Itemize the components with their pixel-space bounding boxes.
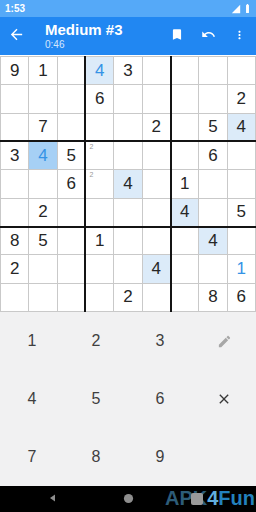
cell-r4c8[interactable]: 6 [199, 142, 226, 169]
cell-r5c3[interactable]: 6 [58, 170, 85, 197]
given-digit: 8 [208, 287, 217, 307]
undo-icon [200, 27, 217, 45]
cell-r7c1[interactable]: 8 [1, 227, 28, 254]
cell-r4c4[interactable]: 2 [86, 142, 113, 169]
given-digit: 6 [237, 287, 246, 307]
cell-r6c8[interactable] [199, 199, 226, 226]
keypad-digit-1[interactable]: 1 [0, 312, 64, 370]
cell-r3c5[interactable] [114, 114, 141, 141]
given-digit: 5 [208, 117, 217, 137]
cell-r7c7[interactable] [171, 227, 198, 254]
bookmark-icon [170, 27, 184, 45]
status-time: 1:53 [5, 3, 25, 14]
cell-r3c8[interactable]: 5 [199, 114, 226, 141]
cell-r8c3[interactable] [58, 255, 85, 282]
sudoku-grid: 91436272543452662412458514241286 [0, 56, 256, 312]
given-digit: 1 [180, 174, 189, 194]
cell-r3c9[interactable]: 4 [228, 114, 255, 141]
cell-r6c7[interactable]: 4 [171, 199, 198, 226]
status-icons [231, 3, 251, 14]
close-icon [216, 391, 232, 407]
cellular-signal-icon [231, 4, 241, 14]
keypad-digit-7[interactable]: 7 [0, 428, 64, 486]
given-digit: 2 [237, 89, 246, 109]
game-timer: 0:46 [45, 40, 123, 51]
cell-r4c2[interactable]: 4 [29, 142, 56, 169]
clear-cell-button[interactable] [192, 370, 256, 428]
given-digit: 2 [123, 287, 132, 307]
given-digit: 9 [10, 61, 19, 81]
cell-r2c8[interactable] [199, 85, 226, 112]
cell-r9c4[interactable] [86, 284, 113, 311]
given-digit: 4 [208, 231, 217, 251]
cell-r6c3[interactable] [58, 199, 85, 226]
home-circle-icon [123, 492, 134, 507]
cell-r8c2[interactable] [29, 255, 56, 282]
nav-home-button[interactable] [119, 486, 137, 512]
keypad-digit-2[interactable]: 2 [64, 312, 128, 370]
given-digit: 6 [95, 89, 104, 109]
apk4fun-watermark: APK4Fun [165, 484, 255, 512]
keypad-digit-3[interactable]: 3 [128, 312, 192, 370]
cell-r9c9[interactable]: 6 [228, 284, 255, 311]
title-block: Medium #3 0:46 [45, 22, 123, 50]
cell-r5c1[interactable] [1, 170, 28, 197]
cell-r4c1[interactable]: 3 [1, 142, 28, 169]
cell-r6c4[interactable] [86, 199, 113, 226]
number-keypad: 123456789 [0, 312, 256, 486]
cell-r3c3[interactable] [58, 114, 85, 141]
given-digit: 2 [152, 117, 161, 137]
cell-r5c6[interactable] [143, 170, 170, 197]
sudoku-app-screen: 1:53 Medium #3 0:46 91436272543452 [0, 0, 256, 512]
pencil-note: 2 [87, 170, 96, 179]
cell-r3c4[interactable] [86, 114, 113, 141]
cell-r1c9[interactable] [228, 57, 255, 84]
cell-r6c1[interactable] [1, 199, 28, 226]
cell-r3c6[interactable]: 2 [143, 114, 170, 141]
recents-square-icon [191, 493, 203, 505]
nav-recents-button[interactable] [188, 486, 206, 512]
cell-r3c2[interactable]: 7 [29, 114, 56, 141]
cell-r1c5[interactable]: 3 [114, 57, 141, 84]
cell-r1c7[interactable] [171, 57, 198, 84]
given-digit: 6 [208, 146, 217, 166]
cell-r6c9[interactable]: 5 [228, 199, 255, 226]
pencil-note: 2 [87, 142, 96, 151]
more-vert-icon [233, 28, 246, 45]
cell-r1c3[interactable] [58, 57, 85, 84]
cell-r3c1[interactable] [1, 114, 28, 141]
cell-r4c7[interactable] [171, 142, 198, 169]
keypad-digit-4[interactable]: 4 [0, 370, 64, 428]
given-digit: 4 [152, 259, 161, 279]
cell-r9c5[interactable]: 2 [114, 284, 141, 311]
cell-r4c9[interactable] [228, 142, 255, 169]
pencil-icon [217, 334, 232, 349]
cell-r1c2[interactable]: 1 [29, 57, 56, 84]
given-digit: 3 [123, 61, 132, 81]
cell-r5c2[interactable] [29, 170, 56, 197]
cell-r8c6[interactable]: 4 [143, 255, 170, 282]
keypad-digit-6[interactable]: 6 [128, 370, 192, 428]
cell-r9c8[interactable]: 8 [199, 284, 226, 311]
given-digit: 2 [38, 202, 47, 222]
given-digit: 1 [95, 231, 104, 251]
cell-r7c4[interactable]: 1 [86, 227, 113, 254]
cell-r2c1[interactable] [1, 85, 28, 112]
undo-button[interactable] [200, 27, 217, 45]
cell-r9c3[interactable] [58, 284, 85, 311]
back-triangle-icon [47, 492, 59, 507]
cell-r5c8[interactable] [199, 170, 226, 197]
cell-r2c4[interactable]: 6 [86, 85, 113, 112]
cell-r4c6[interactable] [143, 142, 170, 169]
user-digit: 4 [95, 61, 104, 81]
cell-r6c6[interactable] [143, 199, 170, 226]
cell-r8c5[interactable] [114, 255, 141, 282]
cell-r9c6[interactable] [143, 284, 170, 311]
cell-r8c4[interactable] [86, 255, 113, 282]
arrow-left-icon [8, 26, 25, 46]
cell-r9c1[interactable] [1, 284, 28, 311]
given-digit: 1 [38, 61, 47, 81]
cell-r5c7[interactable]: 1 [171, 170, 198, 197]
cell-r8c7[interactable] [171, 255, 198, 282]
given-digit: 5 [237, 202, 246, 222]
cell-r6c5[interactable] [114, 199, 141, 226]
cell-r2c3[interactable] [58, 85, 85, 112]
cell-r6c2[interactable]: 2 [29, 199, 56, 226]
cell-r7c2[interactable]: 5 [29, 227, 56, 254]
app-bar: Medium #3 0:46 [0, 17, 256, 55]
given-digit: 4 [123, 174, 132, 194]
cell-r1c1[interactable]: 9 [1, 57, 28, 84]
cell-r7c9[interactable] [228, 227, 255, 254]
cell-r2c2[interactable] [29, 85, 56, 112]
given-digit: 4 [180, 202, 189, 222]
given-digit: 7 [38, 117, 47, 137]
battery-icon [244, 3, 251, 14]
cell-r5c5[interactable]: 4 [114, 170, 141, 197]
pencil-mode-button[interactable] [192, 312, 256, 370]
bookmark-button[interactable] [170, 27, 184, 45]
cell-r2c5[interactable] [114, 85, 141, 112]
cell-r8c9[interactable]: 1 [228, 255, 255, 282]
keypad-digit-5[interactable]: 5 [64, 370, 128, 428]
keypad-empty-slot [192, 428, 256, 486]
cell-r9c7[interactable] [171, 284, 198, 311]
cell-r7c6[interactable] [143, 227, 170, 254]
user-digit: 4 [38, 146, 47, 166]
cell-r7c8[interactable]: 4 [199, 227, 226, 254]
status-bar: 1:53 [0, 0, 256, 17]
cell-r2c7[interactable] [171, 85, 198, 112]
cell-r3c7[interactable] [171, 114, 198, 141]
cell-r1c6[interactable] [143, 57, 170, 84]
cell-r8c1[interactable]: 2 [1, 255, 28, 282]
cell-r9c2[interactable] [29, 284, 56, 311]
overflow-menu-button[interactable] [233, 28, 246, 45]
keypad-digit-9[interactable]: 9 [128, 428, 192, 486]
given-digit: 6 [67, 174, 76, 194]
given-digit: 5 [67, 146, 76, 166]
watermark-text: Fun [218, 487, 255, 509]
cell-r7c5[interactable] [114, 227, 141, 254]
cell-r7c3[interactable] [58, 227, 85, 254]
sudoku-board: 91436272543452662412458514241286 [0, 56, 256, 312]
page-title: Medium #3 [45, 22, 123, 38]
given-digit: 4 [237, 117, 246, 137]
nav-back-button[interactable] [44, 486, 62, 512]
user-digit: 1 [237, 259, 246, 279]
given-digit: 2 [10, 259, 19, 279]
cell-r5c4[interactable]: 2 [86, 170, 113, 197]
cell-r4c3[interactable]: 5 [58, 142, 85, 169]
cell-r1c8[interactable] [199, 57, 226, 84]
app-bar-actions [170, 27, 248, 45]
back-button[interactable] [8, 26, 25, 46]
given-digit: 8 [10, 231, 19, 251]
cell-r8c8[interactable] [199, 255, 226, 282]
given-digit: 3 [10, 146, 19, 166]
cell-r2c6[interactable] [143, 85, 170, 112]
cell-r4c5[interactable] [114, 142, 141, 169]
cell-r1c4[interactable]: 4 [86, 57, 113, 84]
keypad-digit-8[interactable]: 8 [64, 428, 128, 486]
watermark-text: 4 [207, 487, 218, 509]
cell-r5c9[interactable] [228, 170, 255, 197]
cell-r2c9[interactable]: 2 [228, 85, 255, 112]
given-digit: 5 [38, 231, 47, 251]
